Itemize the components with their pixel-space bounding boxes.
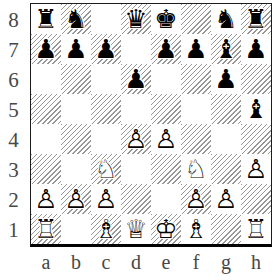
square-f6[interactable]: [181, 64, 211, 94]
piece-black-pawn: ♟: [211, 64, 241, 94]
square-c8[interactable]: [91, 4, 121, 34]
square-a3[interactable]: [31, 154, 61, 184]
square-f5[interactable]: [181, 94, 211, 124]
white-piece-outline: ♙: [211, 184, 241, 214]
white-piece-outline: ♙: [241, 154, 271, 184]
white-piece-outline: ♖: [31, 214, 61, 244]
piece-black-rook: ♜: [31, 4, 61, 34]
white-piece-outline: ♙: [91, 184, 121, 214]
piece-black-pawn: ♟: [151, 34, 181, 64]
piece-black-queen: ♛: [121, 4, 151, 34]
file-labels: abcdefgh: [31, 249, 271, 275]
piece-black-knight: ♞: [211, 4, 241, 34]
square-e1[interactable]: ♚♔: [151, 214, 181, 244]
piece-black-pawn: ♟: [31, 34, 61, 64]
square-e3[interactable]: [151, 154, 181, 184]
square-d3[interactable]: [121, 154, 151, 184]
square-a1[interactable]: ♜♖: [31, 214, 61, 244]
square-c3[interactable]: ♞♘: [91, 154, 121, 184]
black-piece-glyph: ♜: [241, 4, 271, 34]
file-label-b: b: [61, 249, 91, 275]
square-h8[interactable]: ♜: [241, 4, 271, 34]
square-f4[interactable]: [181, 124, 211, 154]
square-a5[interactable]: [31, 94, 61, 124]
square-h4[interactable]: [241, 124, 271, 154]
square-a6[interactable]: [31, 64, 61, 94]
square-e5[interactable]: [151, 94, 181, 124]
black-piece-glyph: ♛: [121, 4, 151, 34]
square-f2[interactable]: ♟♙: [181, 184, 211, 214]
square-b1[interactable]: [61, 214, 91, 244]
black-piece-glyph: ♟: [241, 34, 271, 64]
black-piece-glyph: ♜: [31, 4, 61, 34]
square-c1[interactable]: ♝♗: [91, 214, 121, 244]
black-piece-glyph: ♟: [91, 34, 121, 64]
square-a8[interactable]: ♜: [31, 4, 61, 34]
square-f3[interactable]: ♞♘: [181, 154, 211, 184]
black-piece-glyph: ♟: [151, 34, 181, 64]
square-g2[interactable]: ♟♙: [211, 184, 241, 214]
square-h6[interactable]: [241, 64, 271, 94]
square-f1[interactable]: ♝♗: [181, 214, 211, 244]
rank-label-3: 3: [0, 155, 27, 185]
black-piece-glyph: ♞: [211, 4, 241, 34]
square-e7[interactable]: ♟: [151, 34, 181, 64]
black-piece-glyph: ♟: [181, 34, 211, 64]
square-h2[interactable]: [241, 184, 271, 214]
square-d6[interactable]: ♟: [121, 64, 151, 94]
rank-label-2: 2: [0, 185, 27, 215]
piece-black-rook: ♜: [241, 4, 271, 34]
white-piece-outline: ♔: [151, 214, 181, 244]
square-d4[interactable]: ♟♙: [121, 124, 151, 154]
square-b5[interactable]: [61, 94, 91, 124]
white-piece-outline: ♙: [181, 184, 211, 214]
file-label-g: g: [211, 249, 241, 275]
white-piece-outline: ♕: [121, 214, 151, 244]
square-h3[interactable]: ♟♙: [241, 154, 271, 184]
file-label-f: f: [181, 249, 211, 275]
piece-white-knight: ♞♘: [91, 154, 121, 184]
square-d1[interactable]: ♛♕: [121, 214, 151, 244]
square-a2[interactable]: ♟♙: [31, 184, 61, 214]
file-label-c: c: [91, 249, 121, 275]
white-piece-outline: ♖: [241, 214, 271, 244]
piece-white-pawn: ♟♙: [61, 184, 91, 214]
piece-white-pawn: ♟♙: [181, 184, 211, 214]
piece-white-pawn: ♟♙: [121, 124, 151, 154]
square-c2[interactable]: ♟♙: [91, 184, 121, 214]
square-a7[interactable]: ♟: [31, 34, 61, 64]
white-piece-outline: ♘: [91, 154, 121, 184]
white-piece-outline: ♗: [91, 214, 121, 244]
piece-black-king: ♚: [151, 4, 181, 34]
piece-black-pawn: ♟: [121, 64, 151, 94]
square-g7[interactable]: ♝: [211, 34, 241, 64]
piece-black-knight: ♞: [61, 4, 91, 34]
square-h5[interactable]: ♝: [241, 94, 271, 124]
rank-label-6: 6: [0, 65, 27, 95]
piece-black-bishop: ♝: [241, 94, 271, 124]
square-e6[interactable]: [151, 64, 181, 94]
square-b4[interactable]: [61, 124, 91, 154]
piece-white-knight: ♞♘: [181, 154, 211, 184]
rank-labels: 87654321: [0, 5, 27, 245]
piece-white-king: ♚♔: [151, 214, 181, 244]
white-piece-outline: ♙: [151, 124, 181, 154]
white-piece-outline: ♙: [61, 184, 91, 214]
square-b6[interactable]: [61, 64, 91, 94]
white-piece-outline: ♗: [181, 214, 211, 244]
square-b2[interactable]: ♟♙: [61, 184, 91, 214]
piece-white-pawn: ♟♙: [241, 154, 271, 184]
piece-white-pawn: ♟♙: [151, 124, 181, 154]
square-g4[interactable]: [211, 124, 241, 154]
rank-label-4: 4: [0, 125, 27, 155]
file-label-d: d: [121, 249, 151, 275]
file-label-h: h: [241, 249, 271, 275]
piece-black-pawn: ♟: [91, 34, 121, 64]
rank-label-7: 7: [0, 35, 27, 65]
piece-black-bishop: ♝: [211, 34, 241, 64]
piece-white-pawn: ♟♙: [211, 184, 241, 214]
piece-white-rook: ♜♖: [31, 214, 61, 244]
white-piece-outline: ♙: [31, 184, 61, 214]
piece-white-pawn: ♟♙: [31, 184, 61, 214]
file-label-a: a: [31, 249, 61, 275]
square-g6[interactable]: ♟: [211, 64, 241, 94]
chess-board: ♜♞♛♚♞♜♟♟♟♟♟♝♟♟♟♝♟♙♟♙♞♘♞♘♟♙♟♙♟♙♟♙♟♙♟♙♜♖♝♗…: [30, 3, 272, 247]
piece-white-pawn: ♟♙: [91, 184, 121, 214]
piece-black-pawn: ♟: [241, 34, 271, 64]
square-g5[interactable]: [211, 94, 241, 124]
white-piece-outline: ♙: [121, 124, 151, 154]
square-h7[interactable]: ♟: [241, 34, 271, 64]
square-g3[interactable]: [211, 154, 241, 184]
rank-label-5: 5: [0, 95, 27, 125]
square-e4[interactable]: ♟♙: [151, 124, 181, 154]
rank-label-8: 8: [0, 5, 27, 35]
square-d2[interactable]: [121, 184, 151, 214]
black-piece-glyph: ♚: [151, 4, 181, 34]
square-d5[interactable]: [121, 94, 151, 124]
square-g1[interactable]: [211, 214, 241, 244]
square-b3[interactable]: [61, 154, 91, 184]
piece-white-rook: ♜♖: [241, 214, 271, 244]
black-piece-glyph: ♝: [211, 34, 241, 64]
square-c4[interactable]: [91, 124, 121, 154]
piece-black-pawn: ♟: [181, 34, 211, 64]
black-piece-glyph: ♟: [31, 34, 61, 64]
piece-white-queen: ♛♕: [121, 214, 151, 244]
square-b7[interactable]: ♟: [61, 34, 91, 64]
black-piece-glyph: ♝: [241, 94, 271, 124]
square-f7[interactable]: ♟: [181, 34, 211, 64]
piece-black-pawn: ♟: [61, 34, 91, 64]
square-c5[interactable]: [91, 94, 121, 124]
piece-white-bishop: ♝♗: [91, 214, 121, 244]
square-g8[interactable]: ♞: [211, 4, 241, 34]
piece-white-bishop: ♝♗: [181, 214, 211, 244]
black-piece-glyph: ♟: [61, 34, 91, 64]
square-d8[interactable]: ♛: [121, 4, 151, 34]
file-label-e: e: [151, 249, 181, 275]
square-c6[interactable]: [91, 64, 121, 94]
black-piece-glyph: ♟: [121, 64, 151, 94]
square-c7[interactable]: ♟: [91, 34, 121, 64]
black-piece-glyph: ♞: [61, 4, 91, 34]
white-piece-outline: ♘: [181, 154, 211, 184]
square-e8[interactable]: ♚: [151, 4, 181, 34]
square-e2[interactable]: [151, 184, 181, 214]
square-a4[interactable]: [31, 124, 61, 154]
square-h1[interactable]: ♜♖: [241, 214, 271, 244]
rank-label-1: 1: [0, 215, 27, 245]
square-b8[interactable]: ♞: [61, 4, 91, 34]
square-f8[interactable]: [181, 4, 211, 34]
black-piece-glyph: ♟: [211, 64, 241, 94]
chess-diagram: 87654321 ♜♞♛♚♞♜♟♟♟♟♟♝♟♟♟♝♟♙♟♙♞♘♞♘♟♙♟♙♟♙♟…: [0, 0, 279, 280]
square-d7[interactable]: [121, 34, 151, 64]
